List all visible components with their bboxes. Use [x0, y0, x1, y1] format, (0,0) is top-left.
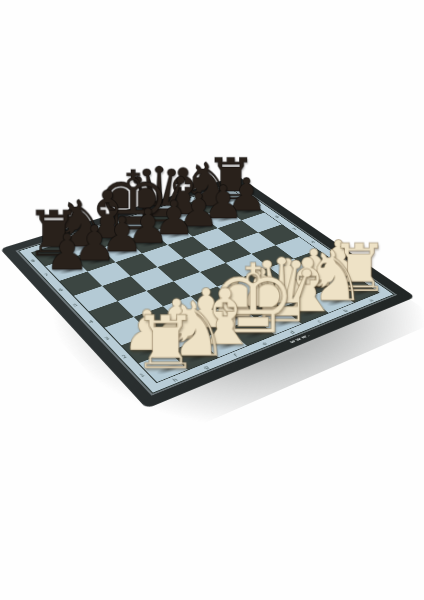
- white-rook-icon: ♜: [132, 306, 198, 380]
- product-photo: www. ♜♞♝♚♛♝♞♜♟♟♟♟♟♟♟♟♟♟♟♟♟♟♟♟♜♞♝♚♛♝♞♜ hh…: [0, 0, 424, 600]
- scene: www. ♜♞♝♚♛♝♞♜♟♟♟♟♟♟♟♟♟♟♟♟♟♟♟♟♜♞♝♚♛♝♞♜ hh…: [0, 0, 424, 600]
- chess-mat: www. ♜♞♝♚♛♝♞♜♟♟♟♟♟♟♟♟♟♟♟♟♟♟♟♟♜♞♝♚♛♝♞♜ hh…: [0, 176, 415, 409]
